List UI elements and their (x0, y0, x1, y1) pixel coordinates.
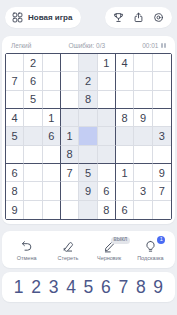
cell-r7c7[interactable]: 1 (116, 164, 134, 182)
cell-r6c6[interactable] (98, 146, 116, 164)
cell-r7c9[interactable]: 9 (153, 164, 171, 182)
cell-r8c8[interactable]: 3 (134, 182, 152, 200)
cell-r5c6[interactable] (98, 127, 116, 145)
cell-r1c5[interactable] (79, 54, 97, 72)
cell-r5c1[interactable]: 5 (6, 127, 24, 145)
cell-r9c2[interactable] (24, 201, 42, 219)
numpad-key-1[interactable]: 1 (10, 277, 27, 298)
notes-off-badge: ВЫКЛ (111, 237, 131, 245)
cell-r3c7[interactable] (116, 91, 134, 109)
cell-r6c1[interactable] (6, 146, 24, 164)
eraser-icon (61, 240, 74, 253)
cell-r5c8[interactable] (134, 127, 152, 145)
numpad-key-5[interactable]: 5 (80, 277, 97, 298)
notes-label: Черновик (97, 255, 121, 261)
cell-r5c3[interactable]: 6 (43, 127, 61, 145)
board-card: Легкий Ошибки: 0/3 00:01 214762584189561… (2, 36, 175, 224)
apps-icon (12, 12, 23, 23)
cell-r2c3[interactable] (43, 72, 61, 90)
cell-r4c6[interactable] (98, 109, 116, 127)
cell-r3c2[interactable]: 5 (24, 91, 42, 109)
cell-r8c2[interactable] (24, 182, 42, 200)
cell-r6c7[interactable] (116, 146, 134, 164)
cell-r1c9[interactable] (153, 54, 171, 72)
cell-r9c7[interactable]: 6 (116, 201, 134, 219)
cell-r6c3[interactable] (43, 146, 61, 164)
cell-r5c2[interactable] (24, 127, 42, 145)
numpad-key-8[interactable]: 8 (132, 277, 149, 298)
cell-r7c6[interactable] (98, 164, 116, 182)
cell-r9c4[interactable] (61, 201, 79, 219)
cell-r8c1[interactable]: 8 (6, 182, 24, 200)
numpad-key-3[interactable]: 3 (45, 277, 62, 298)
hint-count-badge: 1 (157, 236, 165, 244)
cell-r3c5[interactable]: 8 (79, 91, 97, 109)
cell-r7c3[interactable] (43, 164, 61, 182)
cell-r2c6[interactable] (98, 72, 116, 90)
toolbar: Отмена Стереть ВЫКЛ Черновик 1 Подсказка (2, 231, 175, 268)
cell-r3c9[interactable] (153, 91, 171, 109)
cell-r6c8[interactable] (134, 146, 152, 164)
cell-r2c8[interactable] (134, 72, 152, 90)
cell-r8c5[interactable]: 9 (79, 182, 97, 200)
lightbulb-icon (144, 240, 157, 253)
status-bar: Легкий Ошибки: 0/3 00:01 (4, 40, 173, 53)
cell-r2c2[interactable]: 6 (24, 72, 42, 90)
cell-r3c1[interactable] (6, 91, 24, 109)
numpad-key-9[interactable]: 9 (150, 277, 167, 298)
numpad-key-7[interactable]: 7 (115, 277, 132, 298)
cell-r9c9[interactable] (153, 201, 171, 219)
notes-button[interactable]: ВЫКЛ Черновик (91, 240, 127, 262)
numpad-key-2[interactable]: 2 (27, 277, 44, 298)
erase-label: Стереть (57, 255, 78, 261)
cell-r1c8[interactable] (134, 54, 152, 72)
hint-button[interactable]: 1 Подсказка (132, 240, 168, 262)
cell-r5c9[interactable]: 3 (153, 127, 171, 145)
cell-r1c7[interactable]: 4 (116, 54, 134, 72)
cell-r1c4[interactable] (61, 54, 79, 72)
cell-r4c9[interactable] (153, 109, 171, 127)
numpad-key-4[interactable]: 4 (62, 277, 79, 298)
cell-r3c8[interactable] (134, 91, 152, 109)
new-game-label: Новая игра (28, 13, 72, 22)
cell-r9c3[interactable] (43, 201, 61, 219)
undo-icon (20, 240, 33, 253)
top-bar: Новая игра (0, 0, 177, 28)
cell-r7c1[interactable]: 6 (6, 164, 24, 182)
cell-r3c3[interactable] (43, 91, 61, 109)
cell-r4c1[interactable]: 4 (6, 109, 24, 127)
cell-r4c8[interactable]: 9 (134, 109, 152, 127)
cell-r5c4[interactable]: 1 (61, 127, 79, 145)
hint-label: Подсказка (137, 255, 163, 261)
cell-r5c5[interactable] (79, 127, 97, 145)
cell-r4c5[interactable] (79, 109, 97, 127)
cell-r4c2[interactable] (24, 109, 42, 127)
cell-r6c4[interactable]: 8 (61, 146, 79, 164)
cell-r2c9[interactable] (153, 72, 171, 90)
cell-r2c5[interactable]: 2 (79, 72, 97, 90)
cell-r3c4[interactable] (61, 91, 79, 109)
cell-r1c3[interactable] (43, 54, 61, 72)
cell-r6c9[interactable] (153, 146, 171, 164)
cell-r2c4[interactable] (61, 72, 79, 90)
header-actions (105, 7, 172, 28)
cell-r9c5[interactable] (79, 201, 97, 219)
cell-r9c6[interactable]: 8 (98, 201, 116, 219)
cell-r1c1[interactable] (6, 54, 24, 72)
cell-r5c7[interactable] (116, 127, 134, 145)
mistakes-counter: Ошибки: 0/3 (68, 42, 105, 49)
cell-r7c2[interactable] (24, 164, 42, 182)
undo-label: Отмена (17, 255, 37, 261)
cell-r3c6[interactable] (98, 91, 116, 109)
cell-r2c1[interactable]: 7 (6, 72, 24, 90)
cell-r4c3[interactable]: 1 (43, 109, 61, 127)
pause-button[interactable] (161, 43, 166, 48)
cell-r1c2[interactable]: 2 (24, 54, 42, 72)
erase-button[interactable]: Стереть (50, 240, 86, 262)
undo-button[interactable]: Отмена (9, 240, 45, 262)
settings-icon[interactable] (153, 12, 164, 23)
cell-r7c8[interactable] (134, 164, 152, 182)
cell-r8c7[interactable] (116, 182, 134, 200)
share-icon[interactable] (133, 12, 144, 23)
timer: 00:01 (142, 42, 158, 49)
cell-r8c3[interactable] (43, 182, 61, 200)
cell-r8c9[interactable]: 7 (153, 182, 171, 200)
cell-r8c4[interactable] (61, 182, 79, 200)
cell-r9c1[interactable]: 9 (6, 201, 24, 219)
cell-r6c5[interactable] (79, 146, 97, 164)
new-game-button[interactable]: Новая игра (5, 7, 81, 28)
cell-r7c5[interactable]: 5 (79, 164, 97, 182)
cell-r4c4[interactable] (61, 109, 79, 127)
cell-r1c6[interactable]: 1 (98, 54, 116, 72)
cell-r8c6[interactable]: 6 (98, 182, 116, 200)
difficulty-label: Легкий (11, 42, 31, 49)
cell-r6c2[interactable] (24, 146, 42, 164)
cell-r7c4[interactable]: 7 (61, 164, 79, 182)
cell-r2c7[interactable] (116, 72, 134, 90)
numpad: 123456789 (2, 272, 175, 302)
trophy-icon[interactable] (113, 12, 124, 23)
cell-r9c8[interactable] (134, 201, 152, 219)
numpad-key-6[interactable]: 6 (97, 277, 114, 298)
sudoku-grid: 214762584189561386751989637986 (5, 53, 172, 220)
cell-r4c7[interactable]: 8 (116, 109, 134, 127)
